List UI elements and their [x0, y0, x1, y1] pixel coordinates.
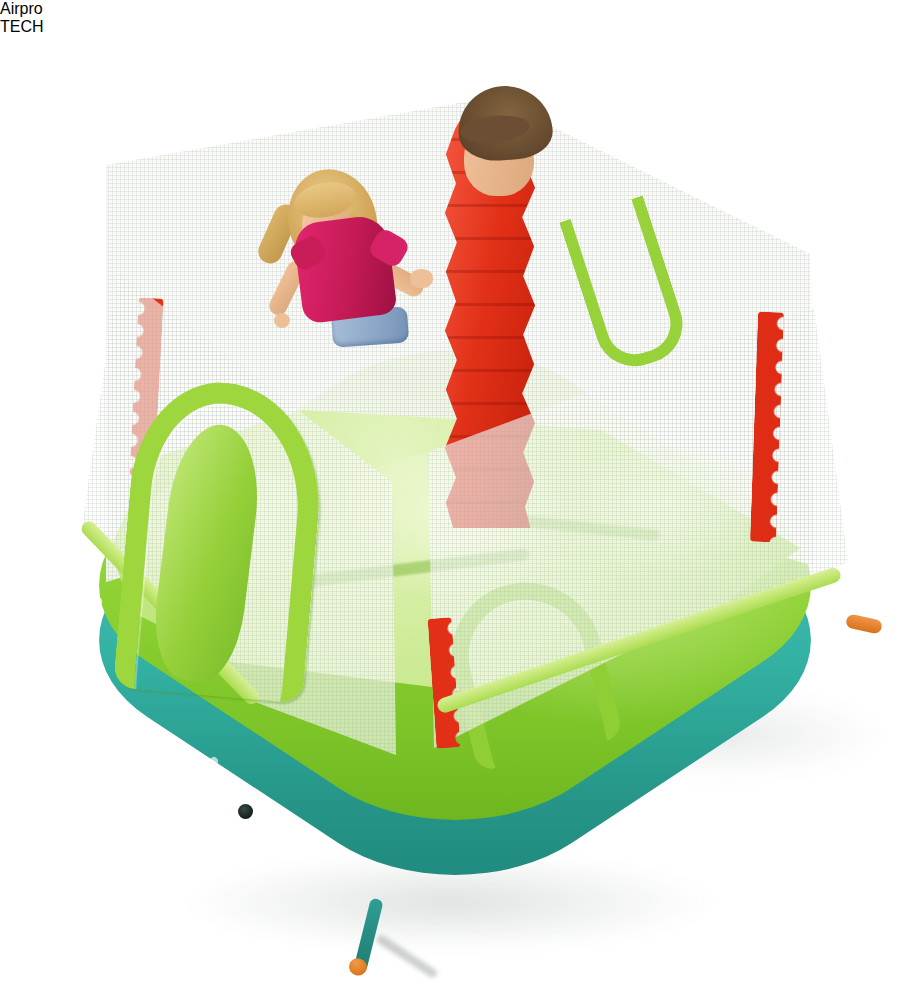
girl-hand-left	[274, 313, 290, 328]
brand-name: Airpro	[0, 0, 44, 18]
stake-orange-tip	[347, 956, 369, 977]
child-girl	[268, 163, 448, 353]
brand-subtitle: TECH	[0, 18, 44, 36]
anchor-tab-left	[85, 596, 103, 613]
brand-logo: Airpro TECH	[0, 0, 44, 36]
anchor-tab-front	[201, 755, 219, 772]
rail-front-left: Airpro TECH	[0, 0, 44, 36]
girl-hand-right	[410, 269, 433, 288]
air-valve	[238, 804, 253, 819]
product-photo: Airpro TECH	[0, 0, 904, 1000]
anchor-peg-right	[845, 613, 883, 634]
